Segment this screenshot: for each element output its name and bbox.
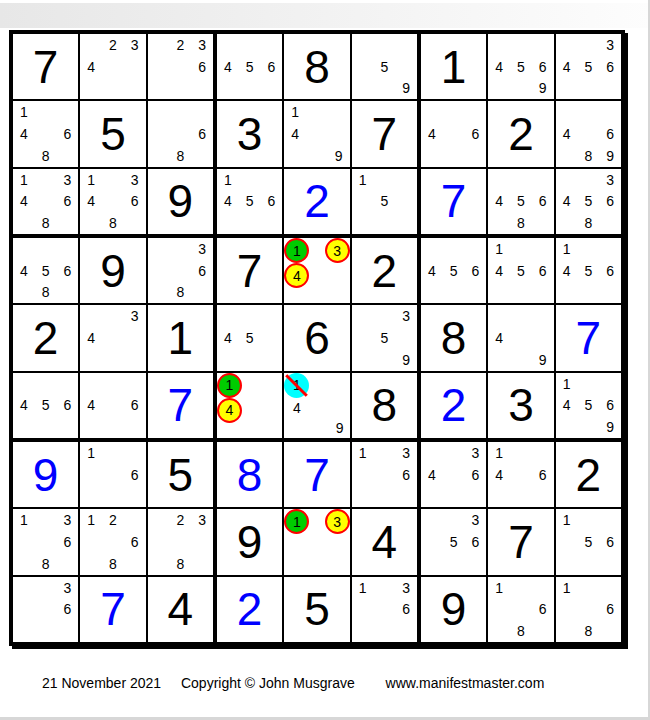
cell-r4c8[interactable]: 1456 xyxy=(488,238,553,303)
cell-r5c7[interactable]: 8 xyxy=(421,305,486,370)
footer: 21 November 2021 Copyright © John Musgra… xyxy=(42,675,544,691)
pencil-marks: 13468 xyxy=(13,169,78,234)
candidate-digit: 4 xyxy=(421,260,443,282)
cell-r3c5[interactable]: 2 xyxy=(284,169,349,234)
candidate-digit: 6 xyxy=(57,190,79,212)
pencil-marks: 356 xyxy=(421,509,486,574)
candidate-digit: 3 xyxy=(395,577,417,599)
candidate-digit: 8 xyxy=(35,145,57,167)
candidate-digit: 6 xyxy=(532,260,554,282)
pencil-marks: 149 xyxy=(284,101,349,166)
cell-r1c9[interactable]: 3456 xyxy=(556,34,621,99)
cell-r2c4[interactable]: 3 xyxy=(217,101,282,166)
pencil-marks: 14 xyxy=(217,373,282,438)
green-candidate-circle: 1 xyxy=(284,509,309,534)
cell-r2c9[interactable]: 4689 xyxy=(556,101,621,166)
pencil-marks: 234 xyxy=(80,34,145,99)
pencil-marks: 49 xyxy=(488,305,553,370)
candidate-digit: 1 xyxy=(284,101,306,123)
candidate-digit: 1 xyxy=(13,509,35,531)
cell-r9c9[interactable]: 168 xyxy=(556,577,621,642)
box-4: 456893682341456467 xyxy=(13,238,213,438)
candidate-digit: 5 xyxy=(373,56,395,78)
solved-digit: 2 xyxy=(304,178,330,224)
pencil-marks: 456 xyxy=(217,34,282,99)
pencil-marks: 136 xyxy=(352,442,417,507)
candidate-digit: 9 xyxy=(532,349,554,371)
candidate-digit: 1 xyxy=(556,509,578,531)
pencil-marks: 1468 xyxy=(13,101,78,166)
candidate-digit: 6 xyxy=(191,260,213,282)
cell-r5c9[interactable]: 7 xyxy=(556,305,621,370)
pencil-marks: 236 xyxy=(148,34,213,99)
candidate-digit: 8 xyxy=(169,553,191,575)
cell-r3c2[interactable]: 13468 xyxy=(80,169,145,234)
cell-r1c5[interactable]: 8 xyxy=(284,34,349,99)
cell-r6c5[interactable]: 149 xyxy=(284,373,349,438)
green-candidate-circle: 1 xyxy=(217,373,242,398)
pencil-marks: 359 xyxy=(352,305,417,370)
candidate-position: 1 xyxy=(217,373,242,398)
cell-r4c9[interactable]: 1456 xyxy=(556,238,621,303)
candidate-digit: 6 xyxy=(599,260,621,282)
given-digit: 3 xyxy=(508,382,534,428)
pencil-marks: 13468 xyxy=(80,169,145,234)
given-digit: 2 xyxy=(508,111,534,157)
candidate-digit: 1 xyxy=(13,101,35,123)
pencil-marks: 4569 xyxy=(488,34,553,99)
pencil-marks: 136 xyxy=(352,577,417,642)
pencil-marks: 134 xyxy=(284,238,349,303)
cell-r4c4[interactable]: 7 xyxy=(217,238,282,303)
candidate-digit: 6 xyxy=(191,56,213,78)
elimination-slash-icon xyxy=(286,374,309,397)
candidate-digit: 6 xyxy=(191,123,213,145)
pencil-marks: 1456 xyxy=(217,169,282,234)
cell-r3c8[interactable]: 4568 xyxy=(488,169,553,234)
box-9: 346146235671569168168 xyxy=(421,442,621,642)
yellow-candidate-circle: 3 xyxy=(325,509,350,534)
cell-r4c5[interactable]: 134 xyxy=(284,238,349,303)
candidate-digit: 2 xyxy=(169,34,191,56)
candidate-digit: 4 xyxy=(556,123,578,145)
pencil-marks: 45 xyxy=(217,305,282,370)
solved-digit: 7 xyxy=(576,315,602,361)
cell-r7c2[interactable]: 16 xyxy=(80,442,145,507)
pencil-marks: 46 xyxy=(421,101,486,166)
candidate-digit: 8 xyxy=(35,212,57,234)
pencil-marks: 238 xyxy=(148,509,213,574)
cell-r4c1[interactable]: 4568 xyxy=(13,238,78,303)
candidate-digit: 5 xyxy=(577,260,599,282)
cell-r3c7[interactable]: 7 xyxy=(421,169,486,234)
candidate-digit: 4 xyxy=(217,327,239,349)
candidate-digit: 8 xyxy=(35,282,57,304)
candidate-digit: 3 xyxy=(57,169,79,191)
candidate-digit: 4 xyxy=(284,123,306,145)
cell-r1c3[interactable]: 236 xyxy=(148,34,213,99)
candidate-digit: 6 xyxy=(532,190,554,212)
cell-r3c9[interactable]: 34568 xyxy=(556,169,621,234)
cell-r6c9[interactable]: 14569 xyxy=(556,373,621,438)
cell-r7c1[interactable]: 9 xyxy=(13,442,78,507)
pencil-marks: 456 xyxy=(13,373,78,438)
cell-r8c6[interactable]: 4 xyxy=(352,509,417,574)
candidate-digit: 9 xyxy=(328,145,350,167)
cell-r7c4[interactable]: 8 xyxy=(217,442,282,507)
cell-r5c3[interactable]: 1 xyxy=(148,305,213,370)
candidate-digit: 5 xyxy=(510,260,532,282)
candidate-digit: 2 xyxy=(102,34,124,56)
candidate-position: 1 xyxy=(284,373,309,398)
pencil-marks: 46 xyxy=(80,373,145,438)
cell-r9c2[interactable]: 7 xyxy=(80,577,145,642)
cell-r1c6[interactable]: 59 xyxy=(352,34,417,99)
cell-r6c7[interactable]: 2 xyxy=(421,373,486,438)
cell-r4c7[interactable]: 456 xyxy=(421,238,486,303)
candidate-position: 3 xyxy=(325,509,350,534)
given-digit: 7 xyxy=(372,111,398,157)
candidate-digit: 8 xyxy=(35,553,57,575)
given-digit: 7 xyxy=(237,248,263,294)
copyright-text: Copyright © John Musgrave xyxy=(181,675,355,691)
box-5: 71342456359141498 xyxy=(217,238,417,438)
cell-r1c7[interactable]: 1 xyxy=(421,34,486,99)
candidate-digit: 6 xyxy=(465,123,487,145)
candidate-digit: 1 xyxy=(13,169,35,191)
candidate-digit: 1 xyxy=(352,577,374,599)
given-digit: 7 xyxy=(508,519,534,565)
candidate-digit: 6 xyxy=(465,464,487,486)
cell-r4c2[interactable]: 9 xyxy=(80,238,145,303)
eliminated-candidate-circle: 1 xyxy=(284,373,309,398)
candidate-digit: 3 xyxy=(124,34,146,56)
pencil-marks: 36 xyxy=(13,577,78,642)
candidate-digit: 5 xyxy=(35,394,57,416)
pencil-marks: 34568 xyxy=(556,169,621,234)
cell-r9c6[interactable]: 136 xyxy=(352,577,417,642)
candidate-digit: 6 xyxy=(599,394,621,416)
pencil-marks: 168 xyxy=(556,577,621,642)
cell-r6c4[interactable]: 14 xyxy=(217,373,282,438)
candidate-digit: 1 xyxy=(80,509,102,531)
cell-r9c5[interactable]: 5 xyxy=(284,577,349,642)
cell-r8c9[interactable]: 156 xyxy=(556,509,621,574)
candidate-digit: 9 xyxy=(599,145,621,167)
cell-r2c8[interactable]: 2 xyxy=(488,101,553,166)
candidate-digit: 4 xyxy=(80,190,102,212)
pencil-marks: 1368 xyxy=(13,509,78,574)
pencil-marks: 3456 xyxy=(556,34,621,99)
candidate-digit: 6 xyxy=(395,464,417,486)
cell-r8c7[interactable]: 356 xyxy=(421,509,486,574)
cell-r6c1[interactable]: 456 xyxy=(13,373,78,438)
candidate-digit: 5 xyxy=(239,327,261,349)
candidate-digit: 3 xyxy=(465,442,487,464)
cell-r8c3[interactable]: 238 xyxy=(148,509,213,574)
candidate-digit: 6 xyxy=(465,260,487,282)
cell-r9c3[interactable]: 4 xyxy=(148,577,213,642)
candidate-digit: 3 xyxy=(395,305,417,327)
cell-r9c4[interactable]: 2 xyxy=(217,577,282,642)
given-digit: 6 xyxy=(304,315,330,361)
cell-r4c3[interactable]: 368 xyxy=(148,238,213,303)
candidate-digit: 6 xyxy=(599,56,621,78)
candidate-digit: 1 xyxy=(352,442,374,464)
cell-r2c6[interactable]: 7 xyxy=(352,101,417,166)
date-text: 21 November 2021 xyxy=(42,675,161,691)
cell-r8c5[interactable]: 13 xyxy=(284,509,349,574)
cell-r8c1[interactable]: 1368 xyxy=(13,509,78,574)
candidate-digit: 3 xyxy=(124,305,146,327)
given-digit: 4 xyxy=(372,519,398,565)
cell-r2c3[interactable]: 68 xyxy=(148,101,213,166)
pencil-marks: 149 xyxy=(284,373,349,438)
candidate-digit: 4 xyxy=(80,394,102,416)
candidate-digit: 6 xyxy=(532,56,554,78)
pencil-marks: 13 xyxy=(284,509,349,574)
cell-r7c3[interactable]: 5 xyxy=(148,442,213,507)
candidate-digit: 8 xyxy=(510,620,532,642)
given-digit: 3 xyxy=(237,111,263,157)
candidate-digit: 4 xyxy=(284,398,309,418)
candidate-digit: 4 xyxy=(556,56,578,78)
cell-r7c6[interactable]: 136 xyxy=(352,442,417,507)
candidate-digit: 5 xyxy=(373,190,395,212)
sudoku-grid: 7234236146856813468134689456859314971456… xyxy=(9,30,625,646)
pencil-marks: 168 xyxy=(488,577,553,642)
solved-digit: 9 xyxy=(33,452,59,498)
pencil-marks: 156 xyxy=(556,509,621,574)
cell-r1c1[interactable]: 7 xyxy=(13,34,78,99)
candidate-digit: 4 xyxy=(13,394,35,416)
candidate-digit: 8 xyxy=(577,620,599,642)
solved-digit: 7 xyxy=(441,178,467,224)
candidate-digit: 4 xyxy=(488,190,510,212)
pencil-marks: 59 xyxy=(352,34,417,99)
box-3: 14569345646246897456834568 xyxy=(421,34,621,234)
cell-r9c7[interactable]: 9 xyxy=(421,577,486,642)
given-digit: 1 xyxy=(168,315,194,361)
candidate-digit: 6 xyxy=(599,598,621,620)
yellow-candidate-circle: 3 xyxy=(325,238,350,263)
candidate-digit: 6 xyxy=(57,123,79,145)
candidate-digit: 5 xyxy=(510,190,532,212)
candidate-digit: 6 xyxy=(465,531,487,553)
candidate-digit: 4 xyxy=(421,123,443,145)
cell-r7c5[interactable]: 7 xyxy=(284,442,349,507)
candidate-digit: 4 xyxy=(80,327,102,349)
cell-r1c8[interactable]: 4569 xyxy=(488,34,553,99)
cell-r6c3[interactable]: 7 xyxy=(148,373,213,438)
cell-r5c1[interactable]: 2 xyxy=(13,305,78,370)
candidate-digit: 6 xyxy=(532,464,554,486)
given-digit: 8 xyxy=(441,315,467,361)
cell-r4c6[interactable]: 2 xyxy=(352,238,417,303)
cell-r6c6[interactable]: 8 xyxy=(352,373,417,438)
candidate-digit: 8 xyxy=(102,553,124,575)
candidate-digit: 8 xyxy=(169,145,191,167)
cell-r1c4[interactable]: 456 xyxy=(217,34,282,99)
candidate-digit: 8 xyxy=(510,212,532,234)
candidate-position: 3 xyxy=(325,238,350,263)
candidate-digit: 4 xyxy=(217,56,239,78)
candidate-digit: 4 xyxy=(488,327,510,349)
candidate-digit: 6 xyxy=(599,123,621,145)
candidate-position: 4 xyxy=(284,263,309,288)
candidate-digit: 5 xyxy=(443,260,465,282)
candidate-digit: 6 xyxy=(124,464,146,486)
candidate-digit: 5 xyxy=(35,260,57,282)
candidate-digit: 6 xyxy=(261,56,283,78)
cell-r9c8[interactable]: 168 xyxy=(488,577,553,642)
solved-digit: 7 xyxy=(304,452,330,498)
candidate-digit: 4 xyxy=(13,190,35,212)
given-digit: 4 xyxy=(168,586,194,632)
candidate-digit: 4 xyxy=(556,260,578,282)
candidate-digit: 9 xyxy=(599,416,621,438)
candidate-digit: 4 xyxy=(421,464,443,486)
candidate-digit: 6 xyxy=(395,598,417,620)
candidate-digit: 4 xyxy=(13,123,35,145)
candidate-digit: 6 xyxy=(124,394,146,416)
candidate-digit: 6 xyxy=(57,260,79,282)
candidate-digit: 5 xyxy=(577,531,599,553)
candidate-digit: 1 xyxy=(217,169,239,191)
candidate-digit: 3 xyxy=(124,169,146,191)
cell-r8c4[interactable]: 9 xyxy=(217,509,282,574)
yellow-candidate-circle: 4 xyxy=(284,263,309,288)
candidate-digit: 4 xyxy=(556,394,578,416)
given-digit: 8 xyxy=(304,44,330,90)
box-8: 87136913425136 xyxy=(217,442,417,642)
title-bar xyxy=(0,2,650,28)
cell-r7c7[interactable]: 346 xyxy=(421,442,486,507)
candidate-digit: 1 xyxy=(556,238,578,260)
candidate-digit: 6 xyxy=(57,394,79,416)
cell-r2c2[interactable]: 5 xyxy=(80,101,145,166)
solved-digit: 2 xyxy=(237,586,263,632)
candidate-digit: 8 xyxy=(102,212,124,234)
solved-digit: 7 xyxy=(100,586,126,632)
candidate-digit: 6 xyxy=(57,598,79,620)
candidate-digit: 1 xyxy=(488,238,510,260)
pencil-marks: 368 xyxy=(148,238,213,303)
pencil-marks: 15 xyxy=(352,169,417,234)
candidate-digit: 2 xyxy=(169,509,191,531)
given-digit: 2 xyxy=(372,248,398,294)
candidate-digit: 8 xyxy=(577,145,599,167)
candidate-digit: 4 xyxy=(488,464,510,486)
candidate-digit: 4 xyxy=(80,56,102,78)
box-6: 4561456145684972314569 xyxy=(421,238,621,438)
pencil-marks: 1268 xyxy=(80,509,145,574)
candidate-digit: 5 xyxy=(373,327,395,349)
pencil-marks: 346 xyxy=(421,442,486,507)
candidate-digit: 6 xyxy=(599,531,621,553)
candidate-digit: 1 xyxy=(488,442,510,464)
cell-r7c8[interactable]: 146 xyxy=(488,442,553,507)
yellow-candidate-circle: 4 xyxy=(217,398,242,423)
candidate-digit: 9 xyxy=(329,418,349,438)
candidate-digit: 3 xyxy=(57,509,79,531)
candidate-digit: 6 xyxy=(124,190,146,212)
given-digit: 9 xyxy=(441,586,467,632)
candidate-digit: 3 xyxy=(191,238,213,260)
candidate-digit: 1 xyxy=(488,577,510,599)
candidate-digit: 9 xyxy=(395,349,417,371)
pencil-marks: 146 xyxy=(488,442,553,507)
given-digit: 8 xyxy=(372,382,398,428)
box-1: 7234236146856813468134689 xyxy=(13,34,213,234)
candidate-digit: 1 xyxy=(556,577,578,599)
candidate-position: 1 xyxy=(284,238,309,263)
cell-r3c6[interactable]: 15 xyxy=(352,169,417,234)
candidate-digit: 5 xyxy=(239,190,261,212)
cell-r5c8[interactable]: 49 xyxy=(488,305,553,370)
given-digit: 9 xyxy=(168,178,194,224)
cell-r7c9[interactable]: 2 xyxy=(556,442,621,507)
candidate-digit: 5 xyxy=(443,531,465,553)
cell-r5c5[interactable]: 6 xyxy=(284,305,349,370)
given-digit: 9 xyxy=(100,248,126,294)
solved-digit: 7 xyxy=(168,382,194,428)
candidate-position: 1 xyxy=(284,509,309,534)
cell-r2c7[interactable]: 46 xyxy=(421,101,486,166)
candidate-digit: 4 xyxy=(13,260,35,282)
cell-r5c4[interactable]: 45 xyxy=(217,305,282,370)
cell-r2c1[interactable]: 1468 xyxy=(13,101,78,166)
candidate-digit: 2 xyxy=(102,509,124,531)
cell-r1c2[interactable]: 234 xyxy=(80,34,145,99)
pencil-marks: 14569 xyxy=(556,373,621,438)
given-digit: 7 xyxy=(33,44,59,90)
candidate-digit: 3 xyxy=(191,34,213,56)
solved-digit: 8 xyxy=(237,452,263,498)
cell-r3c4[interactable]: 1456 xyxy=(217,169,282,234)
candidate-digit: 6 xyxy=(532,598,554,620)
pencil-marks: 1456 xyxy=(556,238,621,303)
candidate-digit: 3 xyxy=(465,509,487,531)
cell-r9c1[interactable]: 36 xyxy=(13,577,78,642)
candidate-digit: 5 xyxy=(577,190,599,212)
pencil-marks: 1456 xyxy=(488,238,553,303)
cell-r5c2[interactable]: 34 xyxy=(80,305,145,370)
candidate-digit: 3 xyxy=(599,169,621,191)
cell-r8c8[interactable]: 7 xyxy=(488,509,553,574)
candidate-digit: 4 xyxy=(217,190,239,212)
candidate-digit: 4 xyxy=(488,56,510,78)
candidate-digit: 9 xyxy=(532,78,554,100)
candidate-digit: 5 xyxy=(577,394,599,416)
cell-r3c1[interactable]: 13468 xyxy=(13,169,78,234)
candidate-digit: 1 xyxy=(80,442,102,464)
given-digit: 5 xyxy=(168,452,194,498)
cell-r6c2[interactable]: 46 xyxy=(80,373,145,438)
candidate-digit: 6 xyxy=(124,531,146,553)
cell-r6c8[interactable]: 3 xyxy=(488,373,553,438)
cell-r3c3[interactable]: 9 xyxy=(148,169,213,234)
cell-r8c2[interactable]: 1268 xyxy=(80,509,145,574)
given-digit: 2 xyxy=(576,452,602,498)
cell-r5c6[interactable]: 359 xyxy=(352,305,417,370)
pencil-marks: 16 xyxy=(80,442,145,507)
cell-r2c5[interactable]: 149 xyxy=(284,101,349,166)
candidate-digit: 5 xyxy=(239,56,261,78)
candidate-digit: 5 xyxy=(577,56,599,78)
candidate-digit: 3 xyxy=(599,34,621,56)
pencil-marks: 456 xyxy=(421,238,486,303)
